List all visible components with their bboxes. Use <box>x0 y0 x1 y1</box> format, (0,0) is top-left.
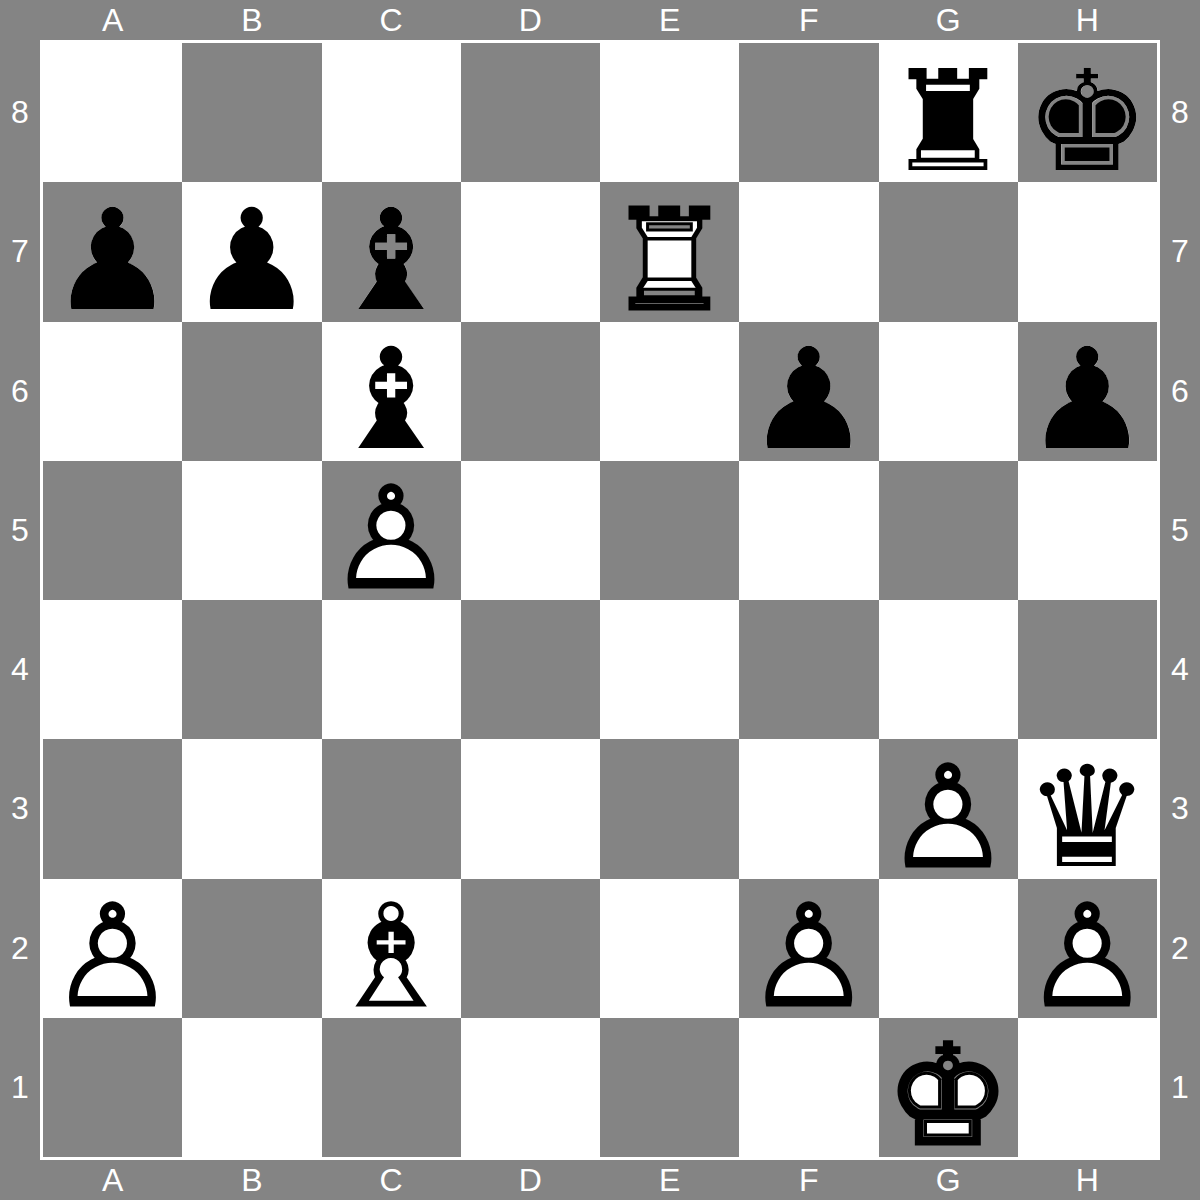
piece-detail: ♙ <box>182 191 321 330</box>
square-b4[interactable] <box>182 600 321 739</box>
rank-label-left-7: 7 <box>0 182 40 321</box>
square-f7[interactable] <box>739 182 878 321</box>
square-b5[interactable] <box>182 461 321 600</box>
square-g3[interactable]: ♟♙ <box>879 739 1018 878</box>
square-h4[interactable] <box>1018 600 1157 739</box>
square-e6[interactable] <box>600 322 739 461</box>
square-b7[interactable]: ♙♟ <box>182 182 321 321</box>
rank-label-right-8: 8 <box>1160 43 1200 182</box>
piece-fill: ♜ <box>600 191 739 330</box>
square-g2[interactable] <box>879 879 1018 1018</box>
square-h3[interactable]: ♕♛ <box>1018 739 1157 878</box>
square-a8[interactable] <box>43 43 182 182</box>
file-label-bottom-g: G <box>879 1160 1018 1200</box>
square-c6[interactable]: ♗♝ <box>322 322 461 461</box>
white-pawn-icon[interactable]: ♟♙ <box>322 461 461 600</box>
square-a6[interactable] <box>43 322 182 461</box>
square-h7[interactable] <box>1018 182 1157 321</box>
piece-fill: ♟ <box>43 191 182 330</box>
square-e7[interactable]: ♜♖ <box>600 182 739 321</box>
black-pawn-icon[interactable]: ♙♟ <box>1018 322 1157 461</box>
piece-fill: ♟ <box>739 888 878 1027</box>
file-label-top-c: C <box>322 0 461 40</box>
square-d6[interactable] <box>461 322 600 461</box>
black-king-icon[interactable]: ♔♚ <box>1018 43 1157 182</box>
rank-label-left-3: 3 <box>0 739 40 878</box>
square-f3[interactable] <box>739 739 878 878</box>
square-e1[interactable] <box>600 1018 739 1157</box>
file-label-top-h: H <box>1018 0 1157 40</box>
square-a5[interactable] <box>43 461 182 600</box>
rank-label-right-5: 5 <box>1160 461 1200 600</box>
rank-labels-right: 87654321 <box>1160 43 1200 1157</box>
piece-fill: ♟ <box>182 191 321 330</box>
piece-detail: ♕ <box>1018 748 1157 887</box>
square-c7[interactable]: ♗♝ <box>322 182 461 321</box>
piece-outline: ♙ <box>322 470 461 609</box>
square-d2[interactable] <box>461 879 600 1018</box>
square-g1[interactable]: ♚♔ <box>879 1018 1018 1157</box>
square-d7[interactable] <box>461 182 600 321</box>
rank-label-left-4: 4 <box>0 600 40 739</box>
black-queen-icon[interactable]: ♕♛ <box>1018 739 1157 878</box>
file-label-top-d: D <box>461 0 600 40</box>
piece-outline: ♖ <box>600 191 739 330</box>
piece-outline: ♙ <box>43 888 182 1027</box>
piece-fill: ♝ <box>322 888 461 1027</box>
piece-fill: ♝ <box>322 191 461 330</box>
white-pawn-icon[interactable]: ♟♙ <box>43 879 182 1018</box>
square-h5[interactable] <box>1018 461 1157 600</box>
square-b2[interactable] <box>182 879 321 1018</box>
piece-fill: ♟ <box>322 470 461 609</box>
square-c3[interactable] <box>322 739 461 878</box>
square-h1[interactable] <box>1018 1018 1157 1157</box>
piece-fill: ♟ <box>43 888 182 1027</box>
rank-label-right-4: 4 <box>1160 600 1200 739</box>
piece-fill: ♛ <box>1018 748 1157 887</box>
square-e5[interactable] <box>600 461 739 600</box>
white-pawn-icon[interactable]: ♟♙ <box>879 739 1018 878</box>
rank-label-right-1: 1 <box>1160 1018 1200 1157</box>
file-label-top-e: E <box>600 0 739 40</box>
white-rook-icon[interactable]: ♜♖ <box>600 182 739 321</box>
square-f5[interactable] <box>739 461 878 600</box>
square-f1[interactable] <box>739 1018 878 1157</box>
square-h6[interactable]: ♙♟ <box>1018 322 1157 461</box>
square-h2[interactable]: ♟♙ <box>1018 879 1157 1018</box>
white-bishop-icon[interactable]: ♝♗ <box>322 879 461 1018</box>
piece-fill: ♜ <box>879 52 1018 191</box>
square-g6[interactable] <box>879 322 1018 461</box>
piece-detail: ♗ <box>322 331 461 470</box>
square-a4[interactable] <box>43 600 182 739</box>
rank-labels-left: 87654321 <box>0 43 40 1157</box>
piece-outline: ♙ <box>879 748 1018 887</box>
piece-outline: ♙ <box>1018 888 1157 1027</box>
square-c4[interactable] <box>322 600 461 739</box>
file-label-bottom-f: F <box>739 1160 878 1200</box>
square-b3[interactable] <box>182 739 321 878</box>
black-pawn-icon[interactable]: ♙♟ <box>739 322 878 461</box>
rank-label-right-7: 7 <box>1160 182 1200 321</box>
rank-label-left-5: 5 <box>0 461 40 600</box>
black-bishop-icon[interactable]: ♗♝ <box>322 182 461 321</box>
file-labels-bottom: ABCDEFGH <box>43 1160 1157 1200</box>
file-label-top-g: G <box>879 0 1018 40</box>
file-labels-top: ABCDEFGH <box>43 0 1157 40</box>
white-pawn-icon[interactable]: ♟♙ <box>739 879 878 1018</box>
square-c2[interactable]: ♝♗ <box>322 879 461 1018</box>
black-pawn-icon[interactable]: ♙♟ <box>182 182 321 321</box>
white-king-icon[interactable]: ♚♔ <box>879 1018 1018 1157</box>
piece-detail: ♗ <box>322 191 461 330</box>
square-d1[interactable] <box>461 1018 600 1157</box>
file-label-bottom-d: D <box>461 1160 600 1200</box>
piece-outline: ♔ <box>879 1027 1018 1166</box>
file-label-top-f: F <box>739 0 878 40</box>
file-label-top-a: A <box>43 0 182 40</box>
square-b1[interactable] <box>182 1018 321 1157</box>
square-a3[interactable] <box>43 739 182 878</box>
piece-fill: ♟ <box>739 331 878 470</box>
square-a2[interactable]: ♟♙ <box>43 879 182 1018</box>
square-g5[interactable] <box>879 461 1018 600</box>
square-b6[interactable] <box>182 322 321 461</box>
piece-fill: ♚ <box>1018 52 1157 191</box>
square-e4[interactable] <box>600 600 739 739</box>
file-label-bottom-h: H <box>1018 1160 1157 1200</box>
black-rook-icon[interactable]: ♖♜ <box>879 43 1018 182</box>
square-f8[interactable] <box>739 43 878 182</box>
piece-fill: ♟ <box>1018 888 1157 1027</box>
piece-detail: ♙ <box>1018 331 1157 470</box>
square-d8[interactable] <box>461 43 600 182</box>
piece-fill: ♟ <box>1018 331 1157 470</box>
square-h8[interactable]: ♔♚ <box>1018 43 1157 182</box>
square-f6[interactable]: ♙♟ <box>739 322 878 461</box>
piece-detail: ♙ <box>43 191 182 330</box>
piece-fill: ♚ <box>879 1027 1018 1166</box>
square-g8[interactable]: ♖♜ <box>879 43 1018 182</box>
square-b8[interactable] <box>182 43 321 182</box>
piece-fill: ♝ <box>322 331 461 470</box>
square-a7[interactable]: ♙♟ <box>43 182 182 321</box>
piece-outline: ♙ <box>739 888 878 1027</box>
square-d3[interactable] <box>461 739 600 878</box>
square-e3[interactable] <box>600 739 739 878</box>
rank-label-left-1: 1 <box>0 1018 40 1157</box>
square-f4[interactable] <box>739 600 878 739</box>
piece-outline: ♗ <box>322 888 461 1027</box>
square-d5[interactable] <box>461 461 600 600</box>
square-e2[interactable] <box>600 879 739 1018</box>
square-g4[interactable] <box>879 600 1018 739</box>
square-d4[interactable] <box>461 600 600 739</box>
rank-label-left-8: 8 <box>0 43 40 182</box>
rank-label-right-6: 6 <box>1160 322 1200 461</box>
chess-diagram: ABCDEFGH ABCDEFGH 87654321 87654321 ♖♜♔♚… <box>0 0 1200 1200</box>
black-bishop-icon[interactable]: ♗♝ <box>322 322 461 461</box>
square-f2[interactable]: ♟♙ <box>739 879 878 1018</box>
square-c1[interactable] <box>322 1018 461 1157</box>
square-c8[interactable] <box>322 43 461 182</box>
piece-detail: ♙ <box>739 331 878 470</box>
square-e8[interactable] <box>600 43 739 182</box>
file-label-bottom-a: A <box>43 1160 182 1200</box>
square-g7[interactable] <box>879 182 1018 321</box>
rank-label-left-6: 6 <box>0 322 40 461</box>
rank-label-right-2: 2 <box>1160 879 1200 1018</box>
piece-detail: ♔ <box>1018 52 1157 191</box>
white-pawn-icon[interactable]: ♟♙ <box>1018 879 1157 1018</box>
file-label-bottom-b: B <box>182 1160 321 1200</box>
file-label-bottom-e: E <box>600 1160 739 1200</box>
rank-label-left-2: 2 <box>0 879 40 1018</box>
piece-fill: ♟ <box>879 748 1018 887</box>
file-label-bottom-c: C <box>322 1160 461 1200</box>
rank-label-right-3: 3 <box>1160 739 1200 878</box>
file-label-top-b: B <box>182 0 321 40</box>
black-pawn-icon[interactable]: ♙♟ <box>43 182 182 321</box>
square-a1[interactable] <box>43 1018 182 1157</box>
square-c5[interactable]: ♟♙ <box>322 461 461 600</box>
chess-board: ♖♜♔♚♙♟♙♟♗♝♜♖♗♝♙♟♙♟♟♙♟♙♕♛♟♙♝♗♟♙♟♙♚♔ <box>43 43 1157 1157</box>
piece-detail: ♖ <box>879 52 1018 191</box>
